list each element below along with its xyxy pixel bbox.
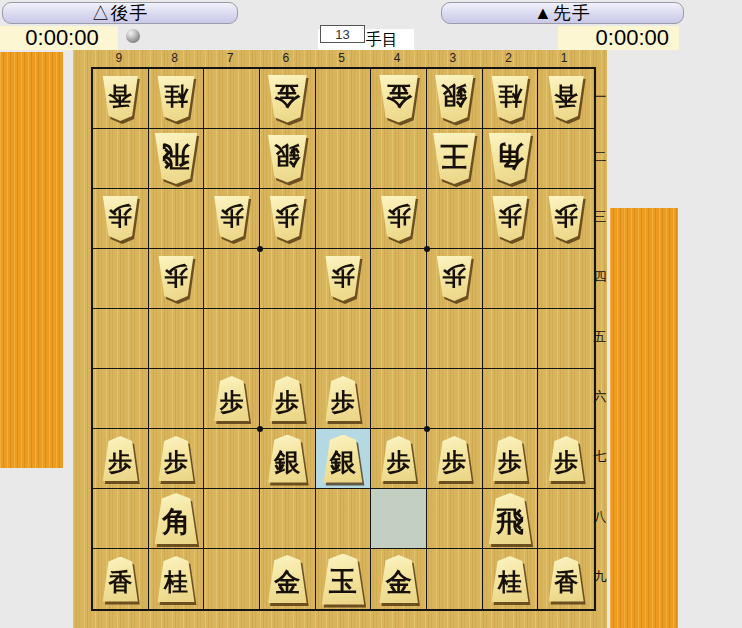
koma-kanji: 銀	[441, 83, 467, 109]
square-4-8[interactable]	[371, 489, 427, 549]
koma-face: 歩	[380, 196, 418, 241]
koma-kanji: 歩	[164, 450, 188, 474]
koma-face: 玉	[320, 554, 366, 605]
square-1-2[interactable]	[538, 129, 594, 189]
koma-kanji: 銀	[330, 449, 356, 475]
koma-face: 歩	[101, 436, 139, 481]
shogi-board: 987654321 一二三四五六七八九 香桂金金銀桂香飛銀王角歩歩歩歩歩歩歩歩歩…	[73, 50, 607, 628]
square-8-9[interactable]: 桂	[149, 549, 205, 609]
file-label-4: 4	[369, 50, 425, 66]
square-3-6[interactable]	[427, 369, 483, 429]
koma-kanji: 金	[386, 569, 412, 595]
koma-kanji: 歩	[498, 204, 522, 228]
koma-kanji: 香	[554, 84, 578, 108]
square-2-5[interactable]	[483, 309, 539, 369]
move-counter-input[interactable]: 13	[320, 25, 365, 43]
koma-sente-桂-8-9[interactable]: 桂	[156, 556, 196, 602]
koma-face: 歩	[547, 196, 585, 241]
square-3-4[interactable]: 歩	[427, 249, 483, 309]
koma-face: 角	[153, 493, 199, 544]
square-8-8[interactable]: 角	[149, 489, 205, 549]
koma-kanji: 角	[162, 508, 190, 536]
koma-face: 桂	[156, 76, 196, 122]
square-4-4[interactable]	[371, 249, 427, 309]
koma-kanji: 歩	[108, 450, 132, 474]
square-2-2[interactable]: 角	[483, 129, 539, 189]
koma-face: 歩	[101, 196, 139, 241]
koma-gote-香-1-1[interactable]: 香	[547, 76, 585, 121]
koma-face: 歩	[324, 376, 362, 421]
square-6-7[interactable]: 銀	[260, 429, 316, 489]
koma-face: 香	[101, 76, 139, 121]
square-7-8[interactable]	[204, 489, 260, 549]
koma-kanji: 桂	[164, 84, 188, 108]
file-label-6: 6	[258, 50, 314, 66]
square-2-9[interactable]: 桂	[483, 549, 539, 609]
square-5-6[interactable]: 歩	[316, 369, 372, 429]
koma-face: 桂	[490, 556, 530, 602]
square-4-7[interactable]: 歩	[371, 429, 427, 489]
koma-gote-桂-2-1[interactable]: 桂	[490, 76, 530, 122]
koma-gote-歩-8-4[interactable]: 歩	[157, 256, 195, 301]
square-8-7[interactable]: 歩	[149, 429, 205, 489]
koma-face: 歩	[435, 436, 473, 481]
square-6-3[interactable]: 歩	[260, 189, 316, 249]
koma-kanji: 金	[274, 569, 300, 595]
koma-kanji: 歩	[275, 390, 299, 414]
koma-kanji: 金	[386, 83, 412, 109]
koma-gote-銀-6-2[interactable]: 銀	[266, 135, 308, 183]
koma-face: 香	[101, 557, 139, 602]
koma-face: 歩	[157, 436, 195, 481]
koma-face: 歩	[268, 196, 306, 241]
square-3-2[interactable]: 王	[427, 129, 483, 189]
koma-sente-歩-5-6[interactable]: 歩	[324, 376, 362, 421]
koma-gote-金-6-1[interactable]: 金	[266, 75, 308, 123]
square-1-9[interactable]: 香	[538, 549, 594, 609]
koma-gote-歩-1-3[interactable]: 歩	[547, 196, 585, 241]
koma-kanji: 銀	[274, 143, 300, 169]
square-4-9[interactable]: 金	[371, 549, 427, 609]
square-4-6[interactable]	[371, 369, 427, 429]
koma-kanji: 歩	[554, 450, 578, 474]
koma-kanji: 銀	[274, 449, 300, 475]
koma-gote-王-3-2[interactable]: 王	[431, 133, 477, 184]
koma-kanji: 桂	[498, 84, 522, 108]
koma-kanji: 角	[496, 142, 524, 170]
file-label-1: 1	[536, 50, 592, 66]
koma-kanji: 歩	[331, 264, 355, 288]
koma-sente-金-4-9[interactable]: 金	[378, 555, 420, 603]
square-1-4[interactable]	[538, 249, 594, 309]
koma-face: 銀	[433, 75, 475, 123]
koma-face: 香	[547, 76, 585, 121]
square-7-7[interactable]	[204, 429, 260, 489]
square-8-1[interactable]: 桂	[149, 69, 205, 129]
square-4-3[interactable]: 歩	[371, 189, 427, 249]
koma-face: 歩	[268, 376, 306, 421]
square-9-7[interactable]: 歩	[93, 429, 149, 489]
koma-gote-角-2-2[interactable]: 角	[487, 133, 533, 184]
koma-face: 銀	[322, 435, 364, 483]
file-label-2: 2	[481, 50, 537, 66]
square-1-3[interactable]: 歩	[538, 189, 594, 249]
koma-face: 金	[378, 75, 420, 123]
square-7-1[interactable]	[204, 69, 260, 129]
koma-kanji: 王	[440, 142, 468, 170]
square-2-4[interactable]	[483, 249, 539, 309]
koma-kanji: 歩	[108, 204, 132, 228]
square-8-6[interactable]	[149, 369, 205, 429]
koma-face: 銀	[266, 135, 308, 183]
koma-kanji: 歩	[554, 204, 578, 228]
square-5-3[interactable]	[316, 189, 372, 249]
koma-face: 角	[487, 133, 533, 184]
hoshi-dot	[424, 246, 430, 252]
koma-face: 飛	[487, 493, 533, 544]
koma-sente-歩-9-7[interactable]: 歩	[101, 436, 139, 481]
square-5-8[interactable]	[316, 489, 372, 549]
koma-face: 金	[378, 555, 420, 603]
square-6-1[interactable]: 金	[260, 69, 316, 129]
sente-clock: 0:00:00	[558, 26, 679, 50]
koma-face: 歩	[380, 436, 418, 481]
square-8-5[interactable]	[149, 309, 205, 369]
square-7-3[interactable]: 歩	[204, 189, 260, 249]
koma-kanji: 歩	[387, 204, 411, 228]
file-label-3: 3	[425, 50, 481, 66]
koma-face: 金	[266, 75, 308, 123]
sente-piece-stand[interactable]	[610, 208, 678, 628]
file-label-8: 8	[147, 50, 203, 66]
koma-kanji: 桂	[498, 570, 522, 594]
koma-gote-金-4-1[interactable]: 金	[378, 75, 420, 123]
square-7-9[interactable]	[204, 549, 260, 609]
square-9-6[interactable]	[93, 369, 149, 429]
square-2-1[interactable]: 桂	[483, 69, 539, 129]
koma-kanji: 金	[274, 83, 300, 109]
square-2-3[interactable]: 歩	[483, 189, 539, 249]
koma-gote-飛-8-2[interactable]: 飛	[153, 133, 199, 184]
sente-player-button[interactable]: ▲先手	[441, 2, 684, 24]
koma-kanji: 歩	[275, 204, 299, 228]
square-2-6[interactable]	[483, 369, 539, 429]
square-5-2[interactable]	[316, 129, 372, 189]
koma-kanji: 歩	[164, 264, 188, 288]
koma-sente-金-6-9[interactable]: 金	[266, 555, 308, 603]
koma-sente-歩-1-7[interactable]: 歩	[547, 436, 585, 481]
move-counter-label: 手目	[366, 30, 414, 50]
koma-sente-飛-2-8[interactable]: 飛	[487, 493, 533, 544]
koma-kanji: 香	[108, 570, 132, 594]
shogi-app: △後手 ▲先手 0:00:00 13 手目 0:00:00 987654321 …	[0, 0, 742, 628]
hoshi-dot	[257, 246, 263, 252]
koma-face: 桂	[156, 556, 196, 602]
koma-face: 飛	[153, 133, 199, 184]
koma-gote-銀-3-1[interactable]: 銀	[433, 75, 475, 123]
square-7-4[interactable]	[204, 249, 260, 309]
square-8-3[interactable]	[149, 189, 205, 249]
koma-kanji: 香	[108, 84, 132, 108]
square-4-1[interactable]: 金	[371, 69, 427, 129]
square-6-8[interactable]	[260, 489, 316, 549]
file-label-9: 9	[91, 50, 147, 66]
file-labels: 987654321	[91, 50, 592, 66]
koma-face: 歩	[324, 256, 362, 301]
koma-kanji: 歩	[498, 450, 522, 474]
koma-sente-角-8-8[interactable]: 角	[153, 493, 199, 544]
koma-face: 王	[431, 133, 477, 184]
square-3-8[interactable]	[427, 489, 483, 549]
koma-face: 歩	[213, 196, 251, 241]
square-2-8[interactable]: 飛	[483, 489, 539, 549]
koma-sente-歩-3-7[interactable]: 歩	[435, 436, 473, 481]
koma-kanji: 歩	[442, 450, 466, 474]
koma-sente-桂-2-9[interactable]: 桂	[490, 556, 530, 602]
square-8-4[interactable]: 歩	[149, 249, 205, 309]
koma-sente-銀-5-7[interactable]: 銀	[322, 435, 364, 483]
square-1-6[interactable]	[538, 369, 594, 429]
gote-clock: 0:00:00	[0, 26, 118, 50]
square-6-9[interactable]: 金	[260, 549, 316, 609]
koma-kanji: 歩	[387, 450, 411, 474]
koma-sente-歩-7-6[interactable]: 歩	[213, 376, 251, 421]
board-grid: 香桂金金銀桂香飛銀王角歩歩歩歩歩歩歩歩歩歩歩歩歩歩銀銀歩歩歩歩角飛香桂金玉金桂香	[91, 67, 596, 611]
square-7-5[interactable]	[204, 309, 260, 369]
koma-sente-歩-8-7[interactable]: 歩	[157, 436, 195, 481]
koma-face: 歩	[547, 436, 585, 481]
square-5-5[interactable]	[316, 309, 372, 369]
square-2-7[interactable]: 歩	[483, 429, 539, 489]
koma-gote-歩-9-3[interactable]: 歩	[101, 196, 139, 241]
hoshi-dot	[424, 426, 430, 432]
koma-gote-歩-2-3[interactable]: 歩	[491, 196, 529, 241]
square-3-5[interactable]	[427, 309, 483, 369]
square-6-2[interactable]: 銀	[260, 129, 316, 189]
koma-sente-香-9-9[interactable]: 香	[101, 557, 139, 602]
koma-face: 金	[266, 555, 308, 603]
koma-face: 歩	[157, 256, 195, 301]
koma-gote-歩-7-3[interactable]: 歩	[213, 196, 251, 241]
square-6-5[interactable]	[260, 309, 316, 369]
koma-gote-歩-6-3[interactable]: 歩	[268, 196, 306, 241]
koma-face: 銀	[266, 435, 308, 483]
square-9-2[interactable]	[93, 129, 149, 189]
koma-sente-歩-4-7[interactable]: 歩	[380, 436, 418, 481]
koma-sente-香-1-9[interactable]: 香	[547, 557, 585, 602]
square-5-4[interactable]: 歩	[316, 249, 372, 309]
gote-piece-stand[interactable]	[0, 52, 63, 468]
koma-face: 歩	[491, 436, 529, 481]
square-9-1[interactable]: 香	[93, 69, 149, 129]
square-7-6[interactable]: 歩	[204, 369, 260, 429]
koma-kanji: 歩	[442, 264, 466, 288]
square-9-9[interactable]: 香	[93, 549, 149, 609]
square-7-2[interactable]	[204, 129, 260, 189]
square-1-8[interactable]	[538, 489, 594, 549]
koma-face: 香	[547, 557, 585, 602]
koma-kanji: 玉	[329, 568, 357, 596]
file-label-7: 7	[202, 50, 258, 66]
koma-kanji: 歩	[331, 390, 355, 414]
square-6-6[interactable]: 歩	[260, 369, 316, 429]
koma-sente-歩-6-6[interactable]: 歩	[268, 376, 306, 421]
koma-kanji: 桂	[164, 570, 188, 594]
koma-kanji: 飛	[162, 142, 190, 170]
koma-kanji: 飛	[496, 508, 524, 536]
square-8-2[interactable]: 飛	[149, 129, 205, 189]
square-9-5[interactable]	[93, 309, 149, 369]
koma-gote-桂-8-1[interactable]: 桂	[156, 76, 196, 122]
square-9-3[interactable]: 歩	[93, 189, 149, 249]
square-3-1[interactable]: 銀	[427, 69, 483, 129]
koma-face: 歩	[435, 256, 473, 301]
koma-gote-歩-3-4[interactable]: 歩	[435, 256, 473, 301]
square-3-7[interactable]: 歩	[427, 429, 483, 489]
square-1-5[interactable]	[538, 309, 594, 369]
koma-sente-銀-6-7[interactable]: 銀	[266, 435, 308, 483]
square-5-7[interactable]: 銀	[316, 429, 372, 489]
square-5-1[interactable]	[316, 69, 372, 129]
square-9-8[interactable]	[93, 489, 149, 549]
square-3-3[interactable]	[427, 189, 483, 249]
koma-face: 歩	[491, 196, 529, 241]
koma-face: 桂	[490, 76, 530, 122]
hoshi-dot	[257, 426, 263, 432]
koma-kanji: 歩	[220, 204, 244, 228]
square-3-9[interactable]	[427, 549, 483, 609]
koma-face: 歩	[213, 376, 251, 421]
square-9-4[interactable]	[93, 249, 149, 309]
square-1-7[interactable]: 歩	[538, 429, 594, 489]
koma-sente-玉-5-9[interactable]: 玉	[320, 554, 366, 605]
koma-sente-歩-2-7[interactable]: 歩	[491, 436, 529, 481]
gote-player-button[interactable]: △後手	[2, 2, 238, 24]
square-4-5[interactable]	[371, 309, 427, 369]
square-5-9[interactable]: 玉	[316, 549, 372, 609]
koma-gote-歩-4-3[interactable]: 歩	[380, 196, 418, 241]
square-1-1[interactable]: 香	[538, 69, 594, 129]
koma-kanji: 香	[554, 570, 578, 594]
square-4-2[interactable]	[371, 129, 427, 189]
file-label-5: 5	[314, 50, 370, 66]
koma-gote-香-9-1[interactable]: 香	[101, 76, 139, 121]
turn-indicator-icon	[126, 29, 140, 43]
square-6-4[interactable]	[260, 249, 316, 309]
koma-kanji: 歩	[220, 390, 244, 414]
koma-gote-歩-5-4[interactable]: 歩	[324, 256, 362, 301]
